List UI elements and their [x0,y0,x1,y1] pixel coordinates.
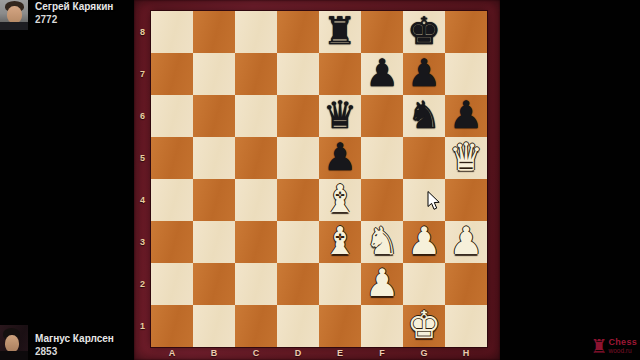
square-a8[interactable] [151,11,193,53]
square-e8[interactable]: ♜ [319,11,361,53]
square-a2[interactable] [151,263,193,305]
piece-black-pawn-f7[interactable]: ♟ [361,52,403,94]
avatar-black-player [0,0,28,30]
square-e6[interactable]: ♛ [319,95,361,137]
piece-white-bishop-e4[interactable]: ♝ [319,178,361,220]
piece-white-pawn-g3[interactable]: ♟ [403,220,445,262]
mouse-cursor-icon [427,191,441,211]
square-b4[interactable] [193,179,235,221]
board-squares: ♜♚♟♟♛♞♟♟♛♝♝♞♟♟♟♚ [151,11,487,347]
square-f7[interactable]: ♟ [361,53,403,95]
rank-labels: 87654321 [134,11,151,347]
square-f1[interactable] [361,305,403,347]
square-f8[interactable] [361,11,403,53]
piece-black-pawn-e5[interactable]: ♟ [319,136,361,178]
square-e4[interactable]: ♝ [319,179,361,221]
logo-line2: wood.ru [608,348,637,355]
piece-black-queen-e6[interactable]: ♛ [319,94,361,136]
square-a7[interactable] [151,53,193,95]
piece-white-pawn-f2[interactable]: ♟ [361,262,403,304]
square-f5[interactable] [361,137,403,179]
black-player-rating: 2772 [35,14,57,25]
square-g2[interactable] [403,263,445,305]
square-d7[interactable] [277,53,319,95]
square-d5[interactable] [277,137,319,179]
square-b5[interactable] [193,137,235,179]
rank-label-6: 6 [134,95,151,137]
square-a3[interactable] [151,221,193,263]
square-h3[interactable]: ♟ [445,221,487,263]
square-g6[interactable]: ♞ [403,95,445,137]
square-g7[interactable]: ♟ [403,53,445,95]
square-e1[interactable] [319,305,361,347]
square-e2[interactable] [319,263,361,305]
square-a1[interactable] [151,305,193,347]
square-b3[interactable] [193,221,235,263]
square-g5[interactable] [403,137,445,179]
chesswood-logo: ♜ Chess wood.ru [590,337,637,356]
rank-label-1: 1 [134,305,151,347]
square-c4[interactable] [235,179,277,221]
square-f2[interactable]: ♟ [361,263,403,305]
file-labels: ABCDEFGH [151,347,487,360]
piece-black-knight-g6[interactable]: ♞ [403,94,445,136]
square-e7[interactable] [319,53,361,95]
file-label-f: F [361,347,403,360]
square-g1[interactable]: ♚ [403,305,445,347]
square-b2[interactable] [193,263,235,305]
black-player-name: Сегрей Карякин [35,1,113,12]
square-e3[interactable]: ♝ [319,221,361,263]
rank-label-2: 2 [134,263,151,305]
square-c2[interactable] [235,263,277,305]
square-d3[interactable] [277,221,319,263]
video-frame: Сегрей Карякин 2772 Магнус Карлсен 2853 … [0,0,640,360]
piece-white-knight-f3[interactable]: ♞ [361,220,403,262]
square-b7[interactable] [193,53,235,95]
piece-black-pawn-g7[interactable]: ♟ [403,52,445,94]
avatar-white-player [0,325,28,360]
piece-white-queen-h5[interactable]: ♛ [445,136,487,178]
piece-black-rook-e8[interactable]: ♜ [319,10,361,52]
square-d1[interactable] [277,305,319,347]
file-label-c: C [235,347,277,360]
file-label-d: D [277,347,319,360]
piece-white-pawn-h3[interactable]: ♟ [445,220,487,262]
file-label-a: A [151,347,193,360]
logo-text: Chess wood.ru [608,338,637,355]
avatar-face [5,335,19,352]
square-b6[interactable] [193,95,235,137]
square-a6[interactable] [151,95,193,137]
square-c1[interactable] [235,305,277,347]
square-b8[interactable] [193,11,235,53]
square-g8[interactable]: ♚ [403,11,445,53]
square-c8[interactable] [235,11,277,53]
file-label-g: G [403,347,445,360]
square-d6[interactable] [277,95,319,137]
square-a5[interactable] [151,137,193,179]
avatar-face [7,6,22,23]
square-h6[interactable]: ♟ [445,95,487,137]
square-d2[interactable] [277,263,319,305]
white-player-rating: 2853 [35,346,57,357]
square-c5[interactable] [235,137,277,179]
file-label-h: H [445,347,487,360]
piece-black-pawn-h6[interactable]: ♟ [445,94,487,136]
avatar-shoulders [0,22,28,30]
rook-logo-icon: ♜ [590,337,607,356]
square-h5[interactable]: ♛ [445,137,487,179]
square-d8[interactable] [277,11,319,53]
rank-label-7: 7 [134,53,151,95]
logo-line1: Chess [608,338,637,347]
rank-label-3: 3 [134,221,151,263]
square-f4[interactable] [361,179,403,221]
square-e5[interactable]: ♟ [319,137,361,179]
square-f6[interactable] [361,95,403,137]
square-f3[interactable]: ♞ [361,221,403,263]
square-h1[interactable] [445,305,487,347]
rank-label-8: 8 [134,11,151,53]
square-d4[interactable] [277,179,319,221]
white-player-name: Магнус Карлсен [35,333,114,344]
square-a4[interactable] [151,179,193,221]
rank-label-5: 5 [134,137,151,179]
square-h2[interactable] [445,263,487,305]
piece-white-bishop-e3[interactable]: ♝ [319,220,361,262]
square-h4[interactable] [445,179,487,221]
square-h7[interactable] [445,53,487,95]
square-c6[interactable] [235,95,277,137]
file-label-b: B [193,347,235,360]
file-label-e: E [319,347,361,360]
chess-board: 87654321 ♜♚♟♟♛♞♟♟♛♝♝♞♟♟♟♚ ABCDEFGH [134,0,500,360]
piece-white-king-g1[interactable]: ♚ [403,304,445,346]
square-h8[interactable] [445,11,487,53]
piece-black-king-g8[interactable]: ♚ [403,10,445,52]
square-c3[interactable] [235,221,277,263]
square-b1[interactable] [193,305,235,347]
square-c7[interactable] [235,53,277,95]
square-g3[interactable]: ♟ [403,221,445,263]
rank-label-4: 4 [134,179,151,221]
avatar-shoulders [0,351,28,360]
